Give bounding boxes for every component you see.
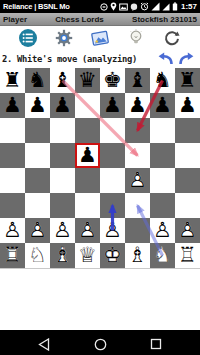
square-e2[interactable]: ♟♙ bbox=[100, 218, 125, 243]
square-e7[interactable]: ♟ bbox=[100, 93, 125, 118]
square-d7[interactable] bbox=[75, 93, 100, 118]
square-h7[interactable]: ♟ bbox=[175, 93, 200, 118]
square-d5[interactable]: ♟ bbox=[75, 143, 100, 168]
white-piece-e1: ♚♔ bbox=[100, 243, 125, 268]
square-e3[interactable] bbox=[100, 193, 125, 218]
refresh-icon bbox=[162, 28, 182, 48]
square-g5[interactable] bbox=[150, 143, 175, 168]
square-f6[interactable] bbox=[125, 118, 150, 143]
square-a3[interactable] bbox=[0, 193, 25, 218]
square-g7[interactable]: ♟ bbox=[150, 93, 175, 118]
square-g6[interactable] bbox=[150, 118, 175, 143]
white-player-label: Player bbox=[3, 15, 27, 24]
square-e6[interactable] bbox=[100, 118, 125, 143]
square-a2[interactable]: ♟♙ bbox=[0, 218, 25, 243]
square-b4[interactable] bbox=[25, 168, 50, 193]
bottom-whitespace bbox=[0, 268, 200, 330]
hint-button[interactable] bbox=[126, 28, 146, 48]
square-a7[interactable]: ♟ bbox=[0, 93, 25, 118]
white-piece-g1: ♞♘ bbox=[150, 243, 175, 268]
square-b5[interactable] bbox=[25, 143, 50, 168]
app-screen: Reliance | BSNL Mo 1:57 Player Chess Lor… bbox=[0, 0, 200, 355]
alarm-icon bbox=[140, 2, 149, 11]
black-piece-b8: ♞ bbox=[25, 68, 50, 93]
screenshot-icon bbox=[119, 3, 128, 11]
white-piece-d1: ♛♕ bbox=[75, 243, 100, 268]
square-d2[interactable]: ♟♙ bbox=[75, 218, 100, 243]
home-button[interactable] bbox=[92, 337, 108, 351]
black-piece-c7: ♟ bbox=[50, 93, 75, 118]
signal-icon bbox=[162, 2, 170, 11]
square-h2[interactable]: ♟♙ bbox=[175, 218, 200, 243]
square-b2[interactable]: ♟♙ bbox=[25, 218, 50, 243]
square-a1[interactable]: ♜♖ bbox=[0, 243, 25, 268]
square-g1[interactable]: ♞♘ bbox=[150, 243, 175, 268]
square-b6[interactable] bbox=[25, 118, 50, 143]
signal-icon bbox=[151, 2, 160, 11]
status-bar: Reliance | BSNL Mo 1:57 bbox=[0, 0, 200, 13]
square-e5[interactable] bbox=[100, 143, 125, 168]
white-piece-d2: ♟♙ bbox=[75, 218, 100, 243]
back-button[interactable] bbox=[36, 337, 52, 351]
square-g3[interactable] bbox=[150, 193, 175, 218]
menu-icon bbox=[18, 28, 38, 48]
square-f8[interactable]: ♝ bbox=[125, 68, 150, 93]
square-d6[interactable] bbox=[75, 118, 100, 143]
battery-icon bbox=[172, 2, 178, 11]
board-grid[interactable]: ♜♞♝♛♚♝♞♜♟♟♟♟♟♟♟♟♟♙♟♙♟♙♟♙♟♙♟♙♟♙♟♙♜♖♞♘♝♗♛♕… bbox=[0, 68, 200, 268]
square-d3[interactable] bbox=[75, 193, 100, 218]
messenger-dot-icon bbox=[130, 3, 138, 11]
square-g4[interactable] bbox=[150, 168, 175, 193]
black-piece-e7: ♟ bbox=[100, 93, 125, 118]
white-piece-f4: ♟♙ bbox=[125, 168, 150, 193]
black-piece-f7: ♟ bbox=[125, 93, 150, 118]
black-piece-d5: ♟ bbox=[75, 143, 100, 168]
white-piece-a2: ♟♙ bbox=[0, 218, 25, 243]
square-g2[interactable]: ♟♙ bbox=[150, 218, 175, 243]
move-status-text: 2. White's move (analyzing) bbox=[2, 54, 154, 64]
square-c5[interactable] bbox=[50, 143, 75, 168]
back-triangle-icon bbox=[38, 338, 50, 351]
toolbar bbox=[0, 26, 200, 49]
redo-move-button[interactable] bbox=[177, 51, 196, 66]
square-h8[interactable]: ♜ bbox=[175, 68, 200, 93]
black-piece-f8: ♝ bbox=[125, 68, 150, 93]
players-bar: Player Chess Lords Stockfish 231015 bbox=[0, 13, 200, 26]
move-status-bar: 2. White's move (analyzing) bbox=[0, 49, 200, 68]
engine-label: Stockfish 231015 bbox=[132, 15, 197, 24]
square-c4[interactable] bbox=[50, 168, 75, 193]
square-c1[interactable]: ♝♗ bbox=[50, 243, 75, 268]
square-b7[interactable]: ♟ bbox=[25, 93, 50, 118]
square-b1[interactable]: ♞♘ bbox=[25, 243, 50, 268]
black-piece-e8: ♚ bbox=[100, 68, 125, 93]
board-image-button[interactable] bbox=[90, 28, 110, 48]
square-b3[interactable] bbox=[25, 193, 50, 218]
menu-button[interactable] bbox=[18, 28, 38, 48]
carrier-text: Reliance | BSNL Mo bbox=[3, 2, 70, 11]
square-e4[interactable] bbox=[100, 168, 125, 193]
location-icon bbox=[110, 2, 117, 11]
status-icons bbox=[73, 2, 178, 11]
undo-move-button[interactable] bbox=[156, 51, 175, 66]
recents-button[interactable] bbox=[148, 337, 164, 351]
square-f4[interactable]: ♟♙ bbox=[125, 168, 150, 193]
white-piece-e2: ♟♙ bbox=[100, 218, 125, 243]
square-h5[interactable] bbox=[175, 143, 200, 168]
white-piece-h1: ♜♖ bbox=[175, 243, 200, 268]
square-h1[interactable]: ♜♖ bbox=[175, 243, 200, 268]
undo-icon bbox=[156, 51, 175, 66]
white-piece-b1: ♞♘ bbox=[25, 243, 50, 268]
hint-bulb-icon bbox=[126, 28, 146, 48]
square-a6[interactable] bbox=[0, 118, 25, 143]
clock-text: 1:57 bbox=[181, 2, 197, 11]
black-piece-h7: ♟ bbox=[175, 93, 200, 118]
black-piece-a7: ♟ bbox=[0, 93, 25, 118]
square-a8[interactable]: ♜ bbox=[0, 68, 25, 93]
square-h3[interactable] bbox=[175, 193, 200, 218]
black-piece-a8: ♜ bbox=[0, 68, 25, 93]
square-e1[interactable]: ♚♔ bbox=[100, 243, 125, 268]
settings-gear-icon bbox=[54, 28, 74, 48]
square-a4[interactable] bbox=[0, 168, 25, 193]
square-b8[interactable]: ♞ bbox=[25, 68, 50, 93]
app-title: Chess Lords bbox=[55, 15, 103, 24]
white-piece-a1: ♜♖ bbox=[0, 243, 25, 268]
square-f7[interactable]: ♟ bbox=[125, 93, 150, 118]
square-f2[interactable] bbox=[125, 218, 150, 243]
square-d1[interactable]: ♛♕ bbox=[75, 243, 100, 268]
square-c6[interactable] bbox=[50, 118, 75, 143]
square-d4[interactable] bbox=[75, 168, 100, 193]
white-piece-f1: ♝♗ bbox=[125, 243, 150, 268]
black-piece-g7: ♟ bbox=[150, 93, 175, 118]
square-c8[interactable]: ♝ bbox=[50, 68, 75, 93]
redo-icon bbox=[177, 51, 196, 66]
square-h6[interactable] bbox=[175, 118, 200, 143]
square-e8[interactable]: ♚ bbox=[100, 68, 125, 93]
refresh-button[interactable] bbox=[162, 28, 182, 48]
black-piece-d8: ♛ bbox=[75, 68, 100, 93]
android-nav-bar bbox=[0, 330, 200, 355]
data-badge-icon bbox=[100, 3, 108, 11]
white-piece-g2: ♟♙ bbox=[150, 218, 175, 243]
square-f1[interactable]: ♝♗ bbox=[125, 243, 150, 268]
black-piece-g8: ♞ bbox=[150, 68, 175, 93]
square-f5[interactable] bbox=[125, 143, 150, 168]
square-c3[interactable] bbox=[50, 193, 75, 218]
recents-square-icon bbox=[150, 338, 162, 350]
black-piece-h8: ♜ bbox=[175, 68, 200, 93]
black-piece-b7: ♟ bbox=[25, 93, 50, 118]
square-c2[interactable]: ♟♙ bbox=[50, 218, 75, 243]
home-circle-icon bbox=[94, 338, 107, 351]
square-h4[interactable] bbox=[175, 168, 200, 193]
square-d8[interactable]: ♛ bbox=[75, 68, 100, 93]
square-c7[interactable]: ♟ bbox=[50, 93, 75, 118]
settings-button[interactable] bbox=[54, 28, 74, 48]
board-image-icon bbox=[90, 28, 110, 48]
white-piece-h2: ♟♙ bbox=[175, 218, 200, 243]
square-f3[interactable] bbox=[125, 193, 150, 218]
chess-board[interactable]: ♜♞♝♛♚♝♞♜♟♟♟♟♟♟♟♟♟♙♟♙♟♙♟♙♟♙♟♙♟♙♟♙♜♖♞♘♝♗♛♕… bbox=[0, 68, 200, 268]
white-piece-c2: ♟♙ bbox=[50, 218, 75, 243]
square-a5[interactable] bbox=[0, 143, 25, 168]
white-piece-c1: ♝♗ bbox=[50, 243, 75, 268]
white-piece-b2: ♟♙ bbox=[25, 218, 50, 243]
black-piece-c8: ♝ bbox=[50, 68, 75, 93]
square-g8[interactable]: ♞ bbox=[150, 68, 175, 93]
